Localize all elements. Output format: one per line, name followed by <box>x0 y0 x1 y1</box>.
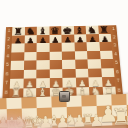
dark-king: ♚ <box>62 26 72 35</box>
square-g4[interactable] <box>24 52 37 61</box>
square-d4[interactable] <box>62 51 75 60</box>
dark-pawn: ♟ <box>39 36 47 44</box>
square-b5[interactable] <box>87 59 100 68</box>
square-f5[interactable] <box>36 60 49 69</box>
rank-label-right: 5 <box>113 59 120 68</box>
square-c1[interactable]: ♝ <box>73 26 86 34</box>
rank-label-right: 2 <box>111 33 118 41</box>
square-b1[interactable]: ♞ <box>86 26 99 34</box>
square-c5[interactable] <box>75 59 88 68</box>
square-b4[interactable] <box>87 50 100 59</box>
square-f4[interactable] <box>36 51 49 60</box>
square-e6[interactable] <box>49 69 62 78</box>
square-a6[interactable] <box>101 68 115 77</box>
square-d5[interactable] <box>62 60 75 69</box>
rank-label-right: 3 <box>111 42 118 51</box>
dark-bishop: ♝ <box>75 25 85 34</box>
square-a4[interactable] <box>100 50 113 59</box>
square-g6[interactable] <box>23 69 36 78</box>
dark-bishop: ♝ <box>38 26 48 35</box>
square-g2[interactable]: ♟ <box>24 35 37 44</box>
square-h1[interactable]: ♜ <box>12 27 25 35</box>
square-e4[interactable] <box>49 51 62 60</box>
rank-label-right: 6 <box>114 68 122 77</box>
square-g5[interactable] <box>23 60 36 69</box>
square-e1[interactable]: ♛ <box>49 26 61 34</box>
rank-label-right: 7 <box>114 77 122 86</box>
square-g8[interactable]: ♞ <box>23 88 36 98</box>
square-h8[interactable]: ♜ <box>9 88 23 98</box>
metal-latch[interactable] <box>59 91 70 102</box>
dark-queen: ♛ <box>50 26 60 35</box>
dark-pawn: ♟ <box>76 36 84 44</box>
square-h2[interactable]: ♟ <box>12 35 25 44</box>
dark-pawn: ♟ <box>26 36 34 44</box>
square-e5[interactable] <box>49 60 62 69</box>
rank-label-right: 4 <box>112 50 119 59</box>
square-c4[interactable] <box>74 51 87 60</box>
square-b6[interactable] <box>88 68 102 77</box>
square-a5[interactable] <box>100 59 113 68</box>
bottom-haze <box>0 121 128 128</box>
dark-rook: ♜ <box>13 27 23 36</box>
rank-label-right: 1 <box>110 25 117 33</box>
dark-pawn: ♟ <box>14 37 22 45</box>
dark-pawn: ♟ <box>51 36 59 44</box>
square-g1[interactable]: ♞ <box>24 27 36 35</box>
chess-set-photo: 1♜♞♝♛♚♝♞♜12♟♟♟♟♟♟♟♟2334455667♟♟♟♟♟♟♟♟78♜… <box>0 0 128 128</box>
square-f1[interactable]: ♝ <box>37 26 49 34</box>
square-a1[interactable]: ♜ <box>98 25 111 33</box>
dark-pawn: ♟ <box>88 35 96 43</box>
dark-pawn: ♟ <box>64 36 72 44</box>
square-d6[interactable] <box>62 69 75 78</box>
dark-rook: ♜ <box>99 25 109 34</box>
square-d1[interactable]: ♚ <box>61 26 74 34</box>
square-c6[interactable] <box>75 68 88 77</box>
square-h6[interactable] <box>10 69 23 78</box>
dark-pawn: ♟ <box>101 35 109 43</box>
square-h5[interactable] <box>11 61 24 70</box>
dark-knight: ♞ <box>26 26 36 35</box>
square-f6[interactable] <box>36 69 49 78</box>
dark-knight: ♞ <box>87 25 97 34</box>
square-h4[interactable] <box>11 52 24 61</box>
